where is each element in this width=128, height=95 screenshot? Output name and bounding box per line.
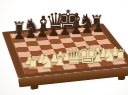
board-grid: ♜♞♝♛♚♝♞♜♟♟♟♟♟♟♟♟♟♟♟♟♟♟♟♟♜♞♝♛♚♝♞♜ [10,26,126,73]
photo-scene: ♜♞♝♛♚♝♞♜♟♟♟♟♟♟♟♟♟♟♟♟♟♟♟♟♜♞♝♛♚♝♞♜ [0,0,128,95]
piece-black-rook-h8: ♜ [89,13,101,30]
square-d6 [48,39,62,45]
board-foot-left [31,85,39,90]
piece-white-rook-h1: ♜ [113,47,124,62]
chess-set-photo: ♜♞♝♛♚♝♞♜♟♟♟♟♟♟♟♟♟♟♟♟♟♟♟♟♜♞♝♛♚♝♞♜ [0,0,128,95]
chess-board: ♜♞♝♛♚♝♞♜♟♟♟♟♟♟♟♟♟♟♟♟♟♟♟♟♜♞♝♛♚♝♞♜ [2,23,128,78]
board-foot-right [118,76,125,81]
square-b1: ♞ [36,66,51,73]
square-h1: ♜ [110,58,126,64]
square-e1: ♚ [74,62,90,69]
square-h4 [100,44,115,50]
